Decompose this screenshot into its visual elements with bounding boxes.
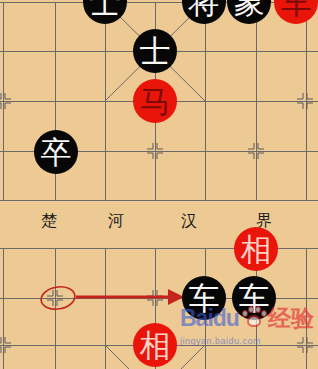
piece-black-e1[interactable]: 士 [133,29,177,73]
watermark-brand-latin: Baidu [180,305,239,332]
piece-black-c3[interactable]: 卒 [34,130,78,174]
piece-black-d0[interactable]: 士 [83,0,127,24]
file-line-upper [3,2,4,200]
file-line-lower [3,248,4,369]
file-line-upper [256,2,257,200]
file-line-upper [306,2,307,200]
piece-red-g5[interactable]: 相 [234,227,278,271]
rank-line [0,200,318,201]
file-line-lower [105,248,106,369]
file-line-upper [205,2,206,200]
piece-black-g0[interactable]: 象 [227,0,271,24]
river-text-char: 楚 [41,211,57,232]
palace-diagonal-line [105,345,129,369]
watermark-url: jingyan.baidu.com [180,336,314,346]
watermark-brand-cn: 经验 [268,303,314,334]
file-line-lower [55,248,56,369]
watermark-logo-row: Baidu 经验 [180,303,314,333]
river-text-char: 河 [108,211,124,232]
river-text-char: 汉 [181,211,197,232]
piece-red-e2[interactable]: 马 [133,79,177,123]
piece-red-h0[interactable]: 车 [274,0,318,24]
file-line-upper [105,2,106,200]
piece-black-f0[interactable]: 将 [182,0,226,24]
xiangqi-board[interactable]: 楚河汉界 士将象车士马卒相车车相 Baidu 经验 jingyan.baidu.… [0,0,318,369]
piece-red-e7[interactable]: 相 [133,323,177,367]
palace-diagonal-line [181,345,205,369]
baidu-jingyan-watermark: Baidu 经验 jingyan.baidu.com [180,303,314,346]
paw-icon [242,306,266,330]
